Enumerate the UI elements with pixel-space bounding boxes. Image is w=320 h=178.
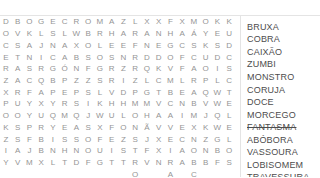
grid-cell[interactable]: E: [106, 134, 118, 146]
word-list-item: CORUJA: [247, 84, 319, 97]
grid-cell[interactable]: T: [12, 52, 24, 64]
grid-cell[interactable]: [35, 169, 47, 177]
grid-cell[interactable]: G: [47, 63, 59, 75]
word-list-item: COBRA: [247, 34, 319, 47]
grid-cell[interactable]: S: [223, 63, 235, 75]
grid-cell[interactable]: [153, 169, 165, 177]
grid-cell[interactable]: Y: [200, 28, 212, 40]
grid-cell[interactable]: N: [153, 28, 165, 40]
letter-grid[interactable]: DBOGECROMAZLXXFXMOKKOVKLSLWBRHARANHAÁYEU…: [0, 17, 235, 178]
grid-cell[interactable]: S: [223, 157, 235, 169]
grid-cell[interactable]: A: [176, 157, 188, 169]
grid-cell[interactable]: L: [59, 28, 71, 40]
grid-cell[interactable]: N: [153, 157, 165, 169]
grid-cell[interactable]: K: [200, 40, 212, 52]
grid-cell[interactable]: C: [188, 169, 200, 177]
grid-cell[interactable]: M: [24, 157, 36, 169]
grid-cell[interactable]: F: [165, 17, 177, 29]
grid-cell[interactable]: A: [59, 40, 71, 52]
grid-cell[interactable]: T: [153, 87, 165, 99]
grid-cell[interactable]: [82, 169, 94, 177]
grid-cell[interactable]: I: [106, 145, 118, 157]
grid-cell[interactable]: A: [176, 28, 188, 40]
grid-cell[interactable]: A: [71, 122, 83, 134]
grid-cell[interactable]: B: [71, 52, 83, 64]
grid-cell[interactable]: U: [12, 99, 24, 111]
grid-cell[interactable]: Z: [71, 75, 83, 87]
grid-cell[interactable]: I: [82, 99, 94, 111]
grid-cell[interactable]: U: [200, 52, 212, 64]
grid-cell[interactable]: L: [118, 110, 130, 122]
grid-cell[interactable]: R: [129, 28, 141, 40]
word-list-item: CAIXÃO: [247, 46, 319, 59]
grid-cell[interactable]: X: [0, 87, 12, 99]
grid-cell[interactable]: V: [165, 63, 177, 75]
grid-cell[interactable]: F: [82, 157, 94, 169]
grid-cell[interactable]: Z: [129, 75, 141, 87]
grid-cell[interactable]: [24, 169, 36, 177]
grid-cell[interactable]: K: [0, 122, 12, 134]
grid-cell[interactable]: A: [165, 169, 177, 177]
grid-cell[interactable]: O: [94, 52, 106, 64]
grid-cell[interactable]: S: [82, 122, 94, 134]
grid-cell[interactable]: A: [12, 63, 24, 75]
grid-cell[interactable]: O: [165, 52, 177, 64]
grid-cell[interactable]: X: [35, 157, 47, 169]
grid-cell[interactable]: N: [176, 99, 188, 111]
grid-cell[interactable]: K: [200, 122, 212, 134]
grid-cell[interactable]: A: [118, 28, 130, 40]
grid-cell[interactable]: P: [47, 87, 59, 99]
grid-cell[interactable]: F: [24, 134, 36, 146]
grid-cell[interactable]: F: [176, 63, 188, 75]
grid-cell[interactable]: V: [200, 99, 212, 111]
grid-cell[interactable]: P: [71, 87, 83, 99]
grid-cell[interactable]: R: [188, 75, 200, 87]
grid-cell[interactable]: Y: [24, 99, 36, 111]
grid-cell[interactable]: Z: [118, 134, 130, 146]
grid-cell[interactable]: [71, 169, 83, 177]
grid-cell[interactable]: E: [223, 99, 235, 111]
grid-cell[interactable]: T: [223, 87, 235, 99]
grid-cell[interactable]: M: [129, 99, 141, 111]
word-list-item: FANTASMA: [247, 121, 319, 134]
grid-cell[interactable]: N: [71, 63, 83, 75]
grid-cell[interactable]: V: [106, 87, 118, 99]
grid-cell[interactable]: [47, 169, 59, 177]
grid-cell[interactable]: [176, 169, 188, 177]
grid-cell[interactable]: U: [106, 110, 118, 122]
grid-cell[interactable]: O: [82, 17, 94, 29]
grid-cell[interactable]: A: [188, 87, 200, 99]
grid-cell[interactable]: R: [12, 87, 24, 99]
grid-cell[interactable]: C: [47, 52, 59, 64]
grid-cell[interactable]: Z: [0, 134, 12, 146]
grid-cell[interactable]: I: [212, 63, 224, 75]
grid-cell[interactable]: M: [188, 110, 200, 122]
grid-cell[interactable]: F: [24, 87, 36, 99]
grid-cell[interactable]: D: [153, 52, 165, 64]
grid-cell[interactable]: E: [106, 40, 118, 52]
grid-cell[interactable]: C: [59, 17, 71, 29]
grid-cell[interactable]: T: [129, 145, 141, 157]
grid-cell[interactable]: Z: [118, 63, 130, 75]
grid-cell[interactable]: E: [176, 122, 188, 134]
grid-cell[interactable]: I: [35, 52, 47, 64]
grid-cell[interactable]: C: [188, 52, 200, 64]
grid-cell[interactable]: Q: [35, 75, 47, 87]
grid-cell[interactable]: R: [165, 157, 177, 169]
grid-cell[interactable]: L: [35, 28, 47, 40]
grid-cell[interactable]: E: [47, 17, 59, 29]
grid-cell[interactable]: Z: [0, 75, 12, 87]
grid-cell[interactable]: A: [141, 28, 153, 40]
panel-divider: [240, 15, 241, 177]
grid-cell[interactable]: W: [212, 99, 224, 111]
grid-cell[interactable]: N: [24, 52, 36, 64]
grid-cell[interactable]: J: [82, 110, 94, 122]
grid-cell[interactable]: Ó: [59, 63, 71, 75]
grid-cell[interactable]: A: [12, 145, 24, 157]
grid-cell[interactable]: [12, 169, 24, 177]
grid-cell[interactable]: N: [129, 122, 141, 134]
grid-cell[interactable]: L: [212, 75, 224, 87]
grid-cell[interactable]: B: [188, 99, 200, 111]
grid-cell[interactable]: G: [212, 134, 224, 146]
grid-cell[interactable]: O: [200, 63, 212, 75]
grid-cell[interactable]: X: [176, 17, 188, 29]
word-list-item: VASSOURA: [247, 146, 319, 159]
grid-cell[interactable]: V: [153, 122, 165, 134]
grid-cell[interactable]: F: [94, 134, 106, 146]
grid-cell[interactable]: Y: [47, 122, 59, 134]
grid-cell[interactable]: A: [106, 17, 118, 29]
grid-cell[interactable]: [223, 169, 235, 177]
grid-cell[interactable]: S: [12, 134, 24, 146]
grid-cell[interactable]: I: [47, 134, 59, 146]
grid-cell[interactable]: N: [118, 52, 130, 64]
grid-cell[interactable]: S: [12, 40, 24, 52]
grid-cell[interactable]: R: [129, 52, 141, 64]
grid-cell[interactable]: F: [176, 52, 188, 64]
grid-cell[interactable]: S: [47, 28, 59, 40]
grid-cell[interactable]: O: [188, 145, 200, 157]
grid-cell[interactable]: O: [12, 110, 24, 122]
grid-cell[interactable]: W: [71, 28, 83, 40]
grid-cell[interactable]: U: [35, 110, 47, 122]
grid-cell[interactable]: D: [212, 52, 224, 64]
grid-cell[interactable]: P: [24, 122, 36, 134]
grid-cell[interactable]: J: [35, 40, 47, 52]
grid-cell[interactable]: I: [118, 75, 130, 87]
grid-cell[interactable]: Q: [47, 110, 59, 122]
grid-cell[interactable]: Q: [200, 87, 212, 99]
grid-cell[interactable]: E: [153, 40, 165, 52]
grid-cell[interactable]: V: [141, 157, 153, 169]
grid-cell[interactable]: O: [223, 145, 235, 157]
grid-cell[interactable]: D: [141, 52, 153, 64]
grid-cell[interactable]: H: [141, 110, 153, 122]
grid-cell[interactable]: B: [35, 145, 47, 157]
word-list-item: ABÓBORA: [247, 134, 319, 147]
grid-cell[interactable]: X: [94, 122, 106, 134]
grid-cell[interactable]: [212, 169, 224, 177]
word-list-item: ZUMBI: [247, 59, 319, 72]
grid-cell[interactable]: A: [12, 75, 24, 87]
grid-cell[interactable]: R: [94, 28, 106, 40]
grid-cell[interactable]: O: [200, 17, 212, 29]
grid-cell[interactable]: O: [82, 134, 94, 146]
word-list: BRUXACOBRACAIXÃOZUMBIMONSTROCORUJADOCEMO…: [247, 21, 319, 177]
grid-cell[interactable]: R: [71, 17, 83, 29]
grid-cell[interactable]: X: [188, 122, 200, 134]
grid-cell[interactable]: N: [71, 145, 83, 157]
grid-cell[interactable]: E: [176, 87, 188, 99]
grid-cell[interactable]: P: [129, 87, 141, 99]
grid-cell[interactable]: N: [47, 145, 59, 157]
grid-cell[interactable]: F: [129, 40, 141, 52]
grid-cell[interactable]: D: [71, 157, 83, 169]
grid-cell[interactable]: I: [0, 145, 12, 157]
word-search-app: DBOGECROMAZLXXFXMOKKOVKLSLWBRHARANHAÁYEU…: [0, 0, 320, 177]
grid-cell[interactable]: S: [212, 40, 224, 52]
grid-cell[interactable]: L: [223, 110, 235, 122]
grid-cell[interactable]: E: [118, 40, 130, 52]
grid-cell[interactable]: H: [106, 99, 118, 111]
grid-cell[interactable]: L: [47, 157, 59, 169]
grid-cell[interactable]: Y: [0, 157, 12, 169]
grid-cell[interactable]: [118, 169, 130, 177]
grid-cell[interactable]: [200, 169, 212, 177]
grid-cell[interactable]: R: [35, 122, 47, 134]
grid-cell[interactable]: H: [106, 28, 118, 40]
grid-cell[interactable]: E: [59, 122, 71, 134]
grid-cell[interactable]: P: [200, 75, 212, 87]
grid-cell[interactable]: L: [129, 17, 141, 29]
grid-cell[interactable]: P: [0, 99, 12, 111]
grid-cell[interactable]: Z: [118, 17, 130, 29]
grid-cell[interactable]: R: [106, 63, 118, 75]
grid-cell[interactable]: O: [129, 110, 141, 122]
grid-cell[interactable]: O: [129, 169, 141, 177]
grid-cell[interactable]: D: [223, 40, 235, 52]
grid-cell[interactable]: B: [47, 75, 59, 87]
grid-cell[interactable]: B: [12, 17, 24, 29]
grid-cell[interactable]: X: [153, 134, 165, 146]
grid-cell[interactable]: L: [141, 75, 153, 87]
grid-cell[interactable]: C: [165, 99, 177, 111]
grid-cell[interactable]: L: [94, 87, 106, 99]
grid-cell[interactable]: R: [0, 63, 12, 75]
grid-cell[interactable]: O: [82, 40, 94, 52]
grid-cell[interactable]: O: [82, 145, 94, 157]
grid-cell[interactable]: A: [59, 52, 71, 64]
grid-cell[interactable]: R: [59, 99, 71, 111]
grid-cell[interactable]: Q: [212, 110, 224, 122]
grid-cell[interactable]: M: [165, 75, 177, 87]
grid-cell[interactable]: S: [82, 87, 94, 99]
grid-cell[interactable]: I: [165, 145, 177, 157]
grid-cell[interactable]: E: [59, 87, 71, 99]
grid-cell[interactable]: W: [212, 87, 224, 99]
grid-cell[interactable]: U: [223, 28, 235, 40]
grid-cell[interactable]: J: [24, 145, 36, 157]
grid-cell[interactable]: X: [153, 17, 165, 29]
grid-cell[interactable]: K: [153, 63, 165, 75]
grid-cell[interactable]: L: [94, 40, 106, 52]
grid-cell[interactable]: W: [212, 122, 224, 134]
grid-cell[interactable]: [0, 169, 12, 177]
grid-cell[interactable]: G: [141, 87, 153, 99]
grid-cell[interactable]: X: [141, 17, 153, 29]
grid-cell[interactable]: [141, 169, 153, 177]
grid-cell[interactable]: Y: [24, 110, 36, 122]
grid-cell[interactable]: B: [212, 145, 224, 157]
grid-cell[interactable]: I: [176, 110, 188, 122]
grid-cell[interactable]: X: [35, 99, 47, 111]
grid-cell[interactable]: B: [188, 157, 200, 169]
word-list-item: BRUXA: [247, 21, 319, 34]
grid-cell[interactable]: S: [24, 63, 36, 75]
grid-cell[interactable]: K: [94, 99, 106, 111]
grid-cell[interactable]: E: [0, 52, 12, 64]
word-list-item: MORCEGO: [247, 109, 319, 122]
grid-cell[interactable]: M: [141, 99, 153, 111]
grid-cell[interactable]: L: [223, 134, 235, 146]
grid-cell[interactable]: T: [118, 157, 130, 169]
grid-cell[interactable]: D: [0, 17, 12, 29]
grid-cell[interactable]: H: [118, 99, 130, 111]
grid-cell[interactable]: S: [94, 75, 106, 87]
grid-cell[interactable]: S: [12, 122, 24, 134]
grid-cell[interactable]: C: [223, 52, 235, 64]
grid-cell[interactable]: Z: [82, 75, 94, 87]
grid-cell[interactable]: V: [153, 99, 165, 111]
grid-cell[interactable]: O: [118, 122, 130, 134]
grid-cell[interactable]: D: [118, 87, 130, 99]
grid-cell[interactable]: K: [223, 17, 235, 29]
grid-cell[interactable]: A: [176, 145, 188, 157]
grid-cell[interactable]: M: [94, 17, 106, 29]
grid-cell[interactable]: Q: [141, 63, 153, 75]
grid-cell[interactable]: H: [165, 28, 177, 40]
grid-cell[interactable]: Á: [188, 28, 200, 40]
grid-cell[interactable]: V: [12, 157, 24, 169]
grid-cell[interactable]: H: [59, 145, 71, 157]
grid-cell[interactable]: Ã: [141, 122, 153, 134]
grid-cell[interactable]: S: [188, 40, 200, 52]
grid-cell[interactable]: X: [71, 40, 83, 52]
grid-cell[interactable]: S: [129, 134, 141, 146]
grid-cell[interactable]: X: [153, 145, 165, 157]
grid-cell[interactable]: O: [24, 17, 36, 29]
grid-cell[interactable]: O: [0, 28, 12, 40]
grid-cell[interactable]: J: [141, 134, 153, 146]
word-list-item: TRAVESSURA: [247, 172, 319, 177]
grid-cell[interactable]: B: [35, 134, 47, 146]
grid-cell[interactable]: B: [200, 157, 212, 169]
grid-cell[interactable]: [59, 169, 71, 177]
grid-cell[interactable]: [94, 169, 106, 177]
grid-cell[interactable]: C: [0, 40, 12, 52]
grid-cell[interactable]: N: [188, 134, 200, 146]
grid-cell[interactable]: T: [106, 157, 118, 169]
grid-cell[interactable]: G: [94, 157, 106, 169]
word-list-item: LOBISOMEM: [247, 159, 319, 172]
grid-cell[interactable]: W: [94, 110, 106, 122]
grid-cell[interactable]: S: [82, 52, 94, 64]
word-list-item: DOCE: [247, 96, 319, 109]
grid-cell[interactable]: V: [12, 28, 24, 40]
grid-cell[interactable]: M: [59, 110, 71, 122]
grid-cell[interactable]: N: [200, 145, 212, 157]
grid-cell[interactable]: N: [47, 40, 59, 52]
grid-cell[interactable]: K: [212, 17, 224, 29]
grid-cell[interactable]: K: [24, 28, 36, 40]
grid-cell[interactable]: B: [82, 28, 94, 40]
grid-cell[interactable]: G: [165, 40, 177, 52]
grid-cell[interactable]: F: [212, 157, 224, 169]
grid-cell[interactable]: A: [165, 110, 177, 122]
grid-cell[interactable]: A: [153, 110, 165, 122]
grid-cell[interactable]: R: [129, 63, 141, 75]
grid-cell[interactable]: Y: [47, 99, 59, 111]
grid-cell[interactable]: C: [176, 40, 188, 52]
grid-cell[interactable]: F: [141, 145, 153, 157]
grid-cell[interactable]: E: [212, 28, 224, 40]
grid-cell[interactable]: G: [94, 63, 106, 75]
grid-cell[interactable]: R: [106, 75, 118, 87]
grid-cell[interactable]: A: [35, 87, 47, 99]
grid-cell[interactable]: A: [188, 63, 200, 75]
grid-cell[interactable]: S: [118, 145, 130, 157]
grid-cell[interactable]: O: [0, 110, 12, 122]
grid-cell[interactable]: B: [165, 87, 177, 99]
grid-cell[interactable]: S: [71, 99, 83, 111]
grid-cell[interactable]: S: [106, 52, 118, 64]
grid-cell[interactable]: R: [35, 63, 47, 75]
grid-cell[interactable]: E: [223, 122, 235, 134]
grid-cell[interactable]: F: [106, 122, 118, 134]
grid-cell[interactable]: V: [165, 122, 177, 134]
grid-cell[interactable]: Z: [200, 134, 212, 146]
grid-cell[interactable]: C: [223, 75, 235, 87]
grid-cell[interactable]: [106, 169, 118, 177]
grid-cell[interactable]: J: [200, 110, 212, 122]
grid-cell[interactable]: L: [176, 75, 188, 87]
grid-cell[interactable]: S: [71, 134, 83, 146]
grid-cell[interactable]: C: [153, 75, 165, 87]
grid-cell[interactable]: P: [59, 75, 71, 87]
grid-cell[interactable]: C: [24, 75, 36, 87]
grid-cell[interactable]: N: [141, 40, 153, 52]
word-list-item: MONSTRO: [247, 71, 319, 84]
grid-cell[interactable]: T: [59, 157, 71, 169]
grid-cell[interactable]: M: [188, 17, 200, 29]
grid-cell[interactable]: U: [94, 145, 106, 157]
grid-cell[interactable]: G: [35, 17, 47, 29]
grid-cell[interactable]: E: [165, 134, 177, 146]
grid-cell[interactable]: F: [82, 63, 94, 75]
grid-cell[interactable]: Q: [71, 110, 83, 122]
grid-cell[interactable]: R: [129, 157, 141, 169]
grid-cell[interactable]: A: [24, 40, 36, 52]
grid-cell[interactable]: C: [176, 134, 188, 146]
grid-cell[interactable]: S: [59, 134, 71, 146]
